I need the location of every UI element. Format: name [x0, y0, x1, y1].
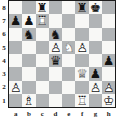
square-b4 — [22, 54, 35, 67]
square-a4 — [9, 54, 22, 67]
square-e4 — [62, 54, 75, 67]
square-d7 — [49, 14, 62, 27]
square-a3 — [9, 67, 22, 80]
file-labels: abcdefgh — [9, 109, 115, 118]
square-g4 — [89, 54, 102, 67]
square-a2: ♟♙ — [9, 81, 22, 94]
square-f1: ♜♖ — [75, 94, 88, 107]
square-c6 — [36, 28, 49, 41]
square-b7: ♟ — [22, 14, 35, 27]
square-h5 — [102, 41, 115, 54]
piece-bK-g8: ♚ — [89, 1, 102, 14]
rank-label-6: 6 — [0, 28, 8, 41]
square-b6: ♞ — [22, 28, 35, 41]
square-a5 — [9, 41, 22, 54]
piece-wQ-f3: ♕ — [75, 67, 88, 80]
file-label-c: c — [36, 109, 49, 118]
piece-wN-e5: ♘ — [62, 41, 75, 54]
square-f4 — [75, 54, 88, 67]
square-b2 — [22, 81, 35, 94]
square-f3: ♛♕ — [75, 67, 88, 80]
square-g5 — [89, 41, 102, 54]
rank-label-8: 8 — [0, 1, 8, 14]
rank-label-4: 4 — [0, 54, 8, 67]
file-label-e: e — [62, 109, 75, 118]
square-g7 — [89, 14, 102, 27]
square-h4: ♟ — [102, 54, 115, 67]
square-d6: ♞ — [49, 28, 62, 41]
piece-bN-d6: ♞ — [49, 28, 62, 41]
piece-bN-b6: ♞ — [22, 28, 35, 41]
square-b5 — [22, 41, 35, 54]
rank-label-7: 7 — [0, 14, 8, 27]
square-g1 — [89, 94, 102, 107]
square-h8 — [102, 1, 115, 14]
square-c1 — [36, 94, 49, 107]
piece-wP-d5: ♙ — [49, 41, 62, 54]
piece-bP-g3: ♟ — [89, 67, 102, 80]
piece-bP-b7: ♟ — [22, 14, 35, 27]
chess-diagram: 87654321 ♜♜♚♟♟♜♖♞♞♟♙♞♘♟♙♛♟♛♕♟♟♙♟♙♟♙♝♗♜♖♚… — [0, 0, 119, 119]
file-label-d: d — [49, 109, 62, 118]
square-a6 — [9, 28, 22, 41]
rank-label-1: 1 — [0, 94, 8, 107]
square-e5: ♞♘ — [62, 41, 75, 54]
piece-wP-g2: ♙ — [89, 81, 102, 94]
square-c8: ♜ — [36, 1, 49, 14]
square-e7 — [62, 14, 75, 27]
square-c4 — [36, 54, 49, 67]
rank-label-3: 3 — [0, 67, 8, 80]
square-g8: ♚ — [89, 1, 102, 14]
square-h1: ♚♔ — [102, 94, 115, 107]
piece-bR-c8: ♜ — [36, 1, 49, 14]
square-c5 — [36, 41, 49, 54]
piece-bP-a7: ♟ — [9, 14, 22, 27]
file-label-a: a — [9, 109, 22, 118]
square-e8 — [62, 1, 75, 14]
square-d5: ♟♙ — [49, 41, 62, 54]
rank-label-5: 5 — [0, 41, 8, 54]
square-e3 — [62, 67, 75, 80]
square-g3: ♟ — [89, 67, 102, 80]
square-d8 — [49, 1, 62, 14]
square-g2: ♟♙ — [89, 81, 102, 94]
file-label-f: f — [75, 109, 88, 118]
chess-board: ♜♜♚♟♟♜♖♞♞♟♙♞♘♟♙♛♟♛♕♟♟♙♟♙♟♙♝♗♜♖♚♔ — [8, 0, 116, 108]
file-label-b: b — [22, 109, 35, 118]
piece-wR-f1: ♖ — [75, 94, 88, 107]
square-h2: ♟♙ — [102, 81, 115, 94]
piece-wP-a2: ♙ — [9, 81, 22, 94]
piece-wB-b1: ♗ — [22, 94, 35, 107]
piece-bP-h4: ♟ — [102, 54, 115, 67]
piece-wP-h2: ♙ — [102, 81, 115, 94]
square-b8 — [22, 1, 35, 14]
square-e2 — [62, 81, 75, 94]
rank-label-2: 2 — [0, 81, 8, 94]
square-f6 — [75, 28, 88, 41]
rank-labels: 87654321 — [0, 1, 8, 107]
piece-wR-c7: ♖ — [36, 14, 49, 27]
square-a7: ♟ — [9, 14, 22, 27]
square-d1 — [49, 94, 62, 107]
square-h6 — [102, 28, 115, 41]
square-e6 — [62, 28, 75, 41]
file-label-g: g — [89, 109, 102, 118]
square-d4: ♛ — [49, 54, 62, 67]
piece-bQ-d4: ♛ — [49, 54, 62, 67]
square-b3 — [22, 67, 35, 80]
square-d2 — [49, 81, 62, 94]
square-f7 — [75, 14, 88, 27]
square-c2 — [36, 81, 49, 94]
square-e1 — [62, 94, 75, 107]
square-f5: ♟♙ — [75, 41, 88, 54]
square-a8 — [9, 1, 22, 14]
piece-wK-h1: ♔ — [102, 94, 115, 107]
square-h3 — [102, 67, 115, 80]
file-label-h: h — [102, 109, 115, 118]
piece-wP-f5: ♙ — [75, 41, 88, 54]
square-f8: ♜ — [75, 1, 88, 14]
square-f2 — [75, 81, 88, 94]
square-c3 — [36, 67, 49, 80]
piece-bR-f8: ♜ — [75, 1, 88, 14]
square-c7: ♜♖ — [36, 14, 49, 27]
square-h7 — [102, 14, 115, 27]
square-g6 — [89, 28, 102, 41]
square-a1 — [9, 94, 22, 107]
square-b1: ♝♗ — [22, 94, 35, 107]
square-d3 — [49, 67, 62, 80]
